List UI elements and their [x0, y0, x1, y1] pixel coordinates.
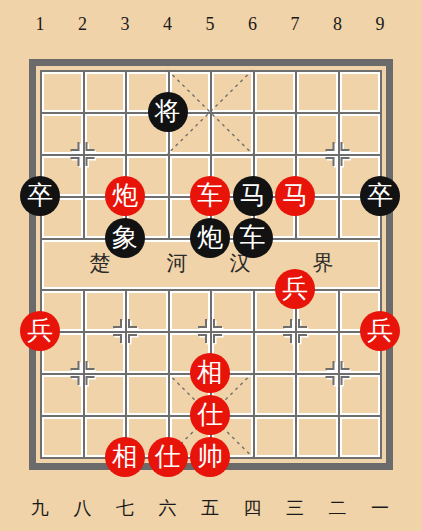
file-label-1: 九	[31, 496, 49, 520]
piece-red-elephant-file3-rank9[interactable]: 相	[105, 437, 145, 477]
piece-black-cannon-file5-rank4[interactable]: 炮	[190, 218, 230, 258]
river-char-2: 河	[167, 249, 188, 277]
board-cell	[127, 333, 168, 373]
board-cell	[42, 72, 83, 112]
piece-black-soldier-file1-rank3[interactable]: 卒	[20, 176, 60, 216]
board-cell	[212, 72, 253, 112]
piece-glyph: 象	[112, 225, 138, 251]
file-label-8: 8	[333, 14, 342, 35]
file-label-5: 5	[206, 14, 215, 35]
piece-glyph: 车	[197, 183, 223, 209]
board-cell	[297, 114, 338, 154]
file-label-3: 3	[121, 14, 130, 35]
piece-glyph: 帅	[197, 444, 223, 470]
board-cell	[127, 375, 168, 415]
file-label-2: 八	[74, 496, 92, 520]
file-label-7: 7	[291, 14, 300, 35]
river-char-4: 界	[313, 249, 334, 277]
board-cell	[85, 375, 126, 415]
file-label-1: 1	[36, 14, 45, 35]
piece-black-chariot-file6-rank4[interactable]: 车	[233, 218, 273, 258]
board-cell	[297, 72, 338, 112]
board-cell	[85, 291, 126, 331]
board-cell	[340, 72, 381, 112]
board-cell	[85, 333, 126, 373]
board-cell	[255, 417, 296, 457]
piece-red-soldier-file9-rank6[interactable]: 兵	[360, 311, 400, 351]
piece-black-horse-file6-rank3[interactable]: 马	[233, 176, 273, 216]
file-label-4: 4	[163, 14, 172, 35]
board-cell	[85, 72, 126, 112]
file-label-8: 二	[329, 496, 347, 520]
piece-glyph: 马	[282, 183, 308, 209]
piece-black-soldier-file9-rank3[interactable]: 卒	[360, 176, 400, 216]
file-label-6: 四	[244, 496, 262, 520]
piece-glyph: 兵	[367, 318, 393, 344]
piece-red-advisor-file5-rank8[interactable]: 仕	[190, 395, 230, 435]
piece-red-elephant-file5-rank7[interactable]: 相	[190, 353, 230, 393]
board-cell	[212, 114, 253, 154]
piece-glyph: 兵	[27, 318, 53, 344]
board-cell	[255, 72, 296, 112]
file-label-4: 六	[159, 496, 177, 520]
board-cell	[340, 114, 381, 154]
piece-red-soldier-file7-rank5[interactable]: 兵	[275, 269, 315, 309]
board-cell	[297, 375, 338, 415]
board-cell	[255, 333, 296, 373]
file-label-5: 五	[201, 496, 219, 520]
board-cell	[212, 291, 253, 331]
piece-glyph: 卒	[367, 183, 393, 209]
piece-red-general-file5-rank9[interactable]: 帅	[190, 437, 230, 477]
board-cell	[42, 375, 83, 415]
board-cell	[42, 114, 83, 154]
board-cell	[255, 375, 296, 415]
river-char-1: 楚	[90, 249, 111, 277]
board-cell	[42, 417, 83, 457]
piece-red-soldier-file1-rank6[interactable]: 兵	[20, 311, 60, 351]
piece-black-elephant-file3-rank4[interactable]: 象	[105, 218, 145, 258]
board-cell	[127, 291, 168, 331]
piece-glyph: 仕	[155, 444, 181, 470]
piece-glyph: 炮	[112, 183, 138, 209]
piece-glyph: 仕	[197, 402, 223, 428]
board-cell	[340, 417, 381, 457]
piece-red-chariot-file5-rank3[interactable]: 车	[190, 176, 230, 216]
piece-red-cannon-file3-rank3[interactable]: 炮	[105, 176, 145, 216]
board-cell	[170, 291, 211, 331]
piece-black-general-file4-rank1[interactable]: 将	[148, 92, 188, 132]
file-label-2: 2	[78, 14, 87, 35]
file-label-3: 七	[116, 496, 134, 520]
piece-glyph: 马	[240, 183, 266, 209]
board-cell	[255, 114, 296, 154]
file-label-9: 一	[371, 496, 389, 520]
piece-red-advisor-file4-rank9[interactable]: 仕	[148, 437, 188, 477]
xiangqi-board-page: 123456789 楚河汉界 将卒炮车马马卒象炮车兵兵兵相仕相仕帅 九八七六五四…	[0, 0, 422, 531]
board-cell	[340, 375, 381, 415]
piece-glyph: 卒	[27, 183, 53, 209]
piece-red-horse-file7-rank3[interactable]: 马	[275, 176, 315, 216]
piece-glyph: 相	[112, 444, 138, 470]
piece-glyph: 相	[197, 360, 223, 386]
file-label-7: 三	[286, 496, 304, 520]
board-cell	[297, 333, 338, 373]
board-cell	[297, 417, 338, 457]
piece-glyph: 将	[155, 99, 181, 125]
piece-glyph: 兵	[282, 276, 308, 302]
file-label-9: 9	[376, 14, 385, 35]
piece-glyph: 车	[240, 225, 266, 251]
piece-glyph: 炮	[197, 225, 223, 251]
board-cell	[85, 114, 126, 154]
file-label-6: 6	[248, 14, 257, 35]
